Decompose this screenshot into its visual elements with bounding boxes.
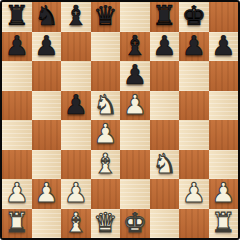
square-a3[interactable] xyxy=(2,150,32,180)
square-c5[interactable]: ♟ xyxy=(61,91,91,121)
chess-board-frame: ♜♞♝♛♜♚♟♟♝♟♟♟♟♟♞♟♟♝♞♟♟♟♟♟♜♝♛♚♜ xyxy=(0,0,240,240)
piece-white-rook: ♜ xyxy=(5,209,29,236)
square-f4[interactable] xyxy=(150,120,180,150)
square-e8[interactable] xyxy=(120,2,150,32)
square-h1[interactable]: ♜ xyxy=(209,209,239,239)
square-e3[interactable] xyxy=(120,150,150,180)
piece-white-pawn: ♟ xyxy=(123,91,147,118)
piece-white-pawn: ♟ xyxy=(34,179,58,206)
piece-black-pawn: ♟ xyxy=(5,32,29,59)
piece-white-knight: ♞ xyxy=(93,91,117,118)
square-f5[interactable] xyxy=(150,91,180,121)
square-a2[interactable]: ♟ xyxy=(2,179,32,209)
square-c1[interactable]: ♝ xyxy=(61,209,91,239)
square-d4[interactable]: ♟ xyxy=(91,120,121,150)
square-h4[interactable] xyxy=(209,120,239,150)
square-e4[interactable] xyxy=(120,120,150,150)
square-b4[interactable] xyxy=(32,120,62,150)
piece-white-bishop: ♝ xyxy=(93,150,117,177)
square-h7[interactable]: ♟ xyxy=(209,32,239,62)
square-h2[interactable]: ♟ xyxy=(209,179,239,209)
piece-white-pawn: ♟ xyxy=(64,179,88,206)
square-a7[interactable]: ♟ xyxy=(2,32,32,62)
square-c3[interactable] xyxy=(61,150,91,180)
square-b7[interactable]: ♟ xyxy=(32,32,62,62)
piece-black-pawn: ♟ xyxy=(64,91,88,118)
square-e5[interactable]: ♟ xyxy=(120,91,150,121)
square-a8[interactable]: ♜ xyxy=(2,2,32,32)
square-a6[interactable] xyxy=(2,61,32,91)
square-f6[interactable] xyxy=(150,61,180,91)
piece-black-pawn: ♟ xyxy=(211,32,235,59)
square-g2[interactable]: ♟ xyxy=(179,179,209,209)
square-e1[interactable]: ♚ xyxy=(120,209,150,239)
piece-white-bishop: ♝ xyxy=(64,209,88,236)
square-e7[interactable]: ♝ xyxy=(120,32,150,62)
square-b6[interactable] xyxy=(32,61,62,91)
square-f3[interactable]: ♞ xyxy=(150,150,180,180)
square-a4[interactable] xyxy=(2,120,32,150)
piece-black-pawn: ♟ xyxy=(182,32,206,59)
piece-white-pawn: ♟ xyxy=(93,120,117,147)
piece-white-knight: ♞ xyxy=(152,150,176,177)
square-b5[interactable] xyxy=(32,91,62,121)
piece-black-bishop: ♝ xyxy=(64,2,88,29)
square-d8[interactable]: ♛ xyxy=(91,2,121,32)
piece-black-rook: ♜ xyxy=(5,2,29,29)
piece-black-pawn: ♟ xyxy=(123,61,147,88)
square-g6[interactable] xyxy=(179,61,209,91)
piece-black-knight: ♞ xyxy=(34,2,58,29)
piece-black-pawn: ♟ xyxy=(34,32,58,59)
square-g8[interactable]: ♚ xyxy=(179,2,209,32)
square-e2[interactable] xyxy=(120,179,150,209)
piece-white-pawn: ♟ xyxy=(5,179,29,206)
square-b8[interactable]: ♞ xyxy=(32,2,62,32)
square-e6[interactable]: ♟ xyxy=(120,61,150,91)
square-f1[interactable] xyxy=(150,209,180,239)
square-g3[interactable] xyxy=(179,150,209,180)
piece-black-rook: ♜ xyxy=(152,2,176,29)
piece-white-king: ♚ xyxy=(123,209,147,236)
piece-black-king: ♚ xyxy=(182,2,206,29)
square-d2[interactable] xyxy=(91,179,121,209)
square-g5[interactable] xyxy=(179,91,209,121)
chess-board: ♜♞♝♛♜♚♟♟♝♟♟♟♟♟♞♟♟♝♞♟♟♟♟♟♜♝♛♚♜ xyxy=(2,2,238,238)
piece-white-rook: ♜ xyxy=(211,209,235,236)
square-c2[interactable]: ♟ xyxy=(61,179,91,209)
square-f7[interactable]: ♟ xyxy=(150,32,180,62)
square-g7[interactable]: ♟ xyxy=(179,32,209,62)
square-f8[interactable]: ♜ xyxy=(150,2,180,32)
square-h8[interactable] xyxy=(209,2,239,32)
piece-black-pawn: ♟ xyxy=(152,32,176,59)
square-d6[interactable] xyxy=(91,61,121,91)
square-d5[interactable]: ♞ xyxy=(91,91,121,121)
piece-black-bishop: ♝ xyxy=(123,32,147,59)
square-c8[interactable]: ♝ xyxy=(61,2,91,32)
square-f2[interactable] xyxy=(150,179,180,209)
piece-white-pawn: ♟ xyxy=(182,179,206,206)
piece-black-queen: ♛ xyxy=(93,2,117,29)
piece-white-pawn: ♟ xyxy=(211,179,235,206)
square-d7[interactable] xyxy=(91,32,121,62)
square-d1[interactable]: ♛ xyxy=(91,209,121,239)
square-h3[interactable] xyxy=(209,150,239,180)
square-g1[interactable] xyxy=(179,209,209,239)
square-b2[interactable]: ♟ xyxy=(32,179,62,209)
square-g4[interactable] xyxy=(179,120,209,150)
square-d3[interactable]: ♝ xyxy=(91,150,121,180)
square-a1[interactable]: ♜ xyxy=(2,209,32,239)
square-b1[interactable] xyxy=(32,209,62,239)
piece-white-queen: ♛ xyxy=(93,209,117,236)
square-a5[interactable] xyxy=(2,91,32,121)
square-h5[interactable] xyxy=(209,91,239,121)
square-c4[interactable] xyxy=(61,120,91,150)
square-b3[interactable] xyxy=(32,150,62,180)
square-c7[interactable] xyxy=(61,32,91,62)
square-c6[interactable] xyxy=(61,61,91,91)
square-h6[interactable] xyxy=(209,61,239,91)
